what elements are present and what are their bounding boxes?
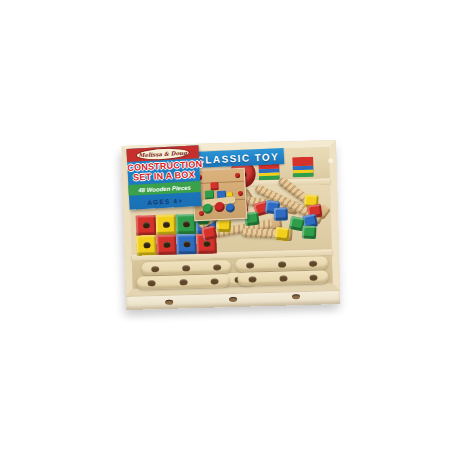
stripe-green	[259, 176, 280, 180]
plank-hole	[213, 264, 221, 270]
nut-piece-green	[302, 226, 317, 240]
square-block-piece	[156, 215, 177, 236]
plank-hole	[179, 279, 187, 285]
brand-logo-text: Melissa & Doug	[138, 149, 187, 158]
square-block-piece	[136, 235, 157, 256]
block-hole	[163, 242, 170, 248]
block-hole	[162, 222, 169, 228]
square-block-piece	[176, 234, 197, 255]
plank-hole	[248, 276, 256, 282]
label-card: Melissa & Doug CONSTRUCTION SET IN A BOX…	[126, 145, 201, 210]
wooden-plank-piece	[235, 256, 328, 272]
striped-block-piece	[292, 157, 314, 178]
label-ages: AGES 4+	[147, 197, 183, 206]
front-panel-hole	[229, 297, 237, 302]
nut-piece-yellow	[275, 227, 290, 241]
stripe-green	[293, 173, 314, 177]
wooden-plank-piece	[136, 274, 229, 290]
plank-hole	[147, 280, 155, 286]
square-block-piece	[136, 215, 157, 236]
plank-hole	[182, 265, 190, 271]
front-panel-hole	[292, 294, 300, 299]
plank-hole	[278, 261, 286, 267]
label-title: CONSTRUCTION SET IN A BOX	[127, 159, 200, 183]
plank-hole	[310, 274, 318, 280]
wooden-plank-piece	[141, 260, 231, 276]
front-panel-hole	[165, 300, 173, 305]
plank-hole	[211, 278, 219, 284]
nut-piece-yellow	[217, 219, 232, 233]
wood-knot	[328, 158, 333, 163]
block-hole	[142, 222, 149, 228]
square-block-piece	[156, 235, 177, 256]
label-piece-count: 48 Wooden Pieces	[138, 184, 191, 193]
inset-red-wheel	[214, 202, 225, 213]
plank-hole	[152, 266, 160, 272]
photo-canvas: CLASSIC TOY Melissa & Doug CONSTRUCTION …	[0, 0, 458, 458]
inset-bolt-head	[238, 191, 243, 196]
nut-piece-red	[201, 225, 217, 241]
block-hole	[203, 241, 210, 247]
block-hole	[182, 221, 189, 227]
nut-piece-blue	[274, 207, 288, 220]
inset-wood-seam	[193, 181, 244, 185]
inset-bolt-head	[235, 173, 240, 178]
brand-logo-oval: Melissa & Doug	[135, 146, 190, 161]
wooden-plank-piece	[237, 270, 328, 286]
plank-hole	[279, 275, 287, 281]
plank-hole	[246, 262, 254, 268]
inset-green-wheel	[202, 203, 213, 214]
inset-blue-wheel	[225, 203, 234, 212]
block-hole	[183, 241, 190, 247]
classic-toy-text: CLASSIC TOY	[197, 151, 280, 166]
plank-hole	[309, 260, 317, 266]
block-hole	[143, 242, 150, 248]
inset-red-block	[210, 182, 218, 190]
